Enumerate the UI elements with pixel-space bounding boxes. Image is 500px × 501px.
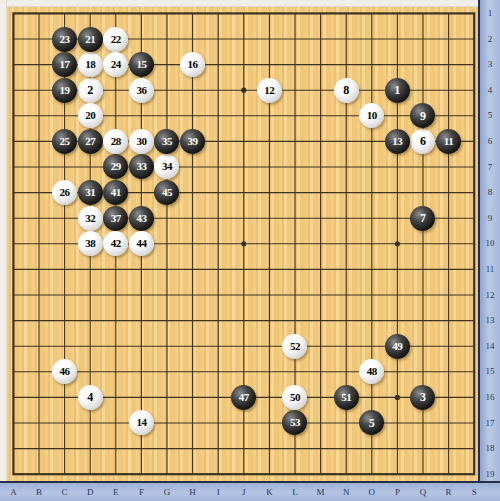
stone-white-52: 52	[282, 334, 307, 359]
stone-black-45: 45	[154, 180, 179, 205]
move-number: 36	[136, 85, 146, 96]
board-point-G6: 35	[154, 129, 180, 155]
move-number: 47	[239, 392, 249, 403]
board-point-C3: 17	[52, 52, 78, 78]
row-label-16: 16	[480, 392, 500, 403]
move-number: 37	[111, 213, 121, 224]
stone-white-22: 22	[103, 27, 128, 52]
stone-black-5: 5	[359, 410, 384, 435]
move-number: 17	[60, 59, 70, 70]
row-label-8: 8	[480, 187, 500, 198]
stone-white-36: 36	[129, 78, 154, 103]
column-label-F: F	[133, 487, 149, 498]
move-number: 42	[111, 238, 121, 249]
move-number: 50	[290, 392, 300, 403]
stone-white-48: 48	[359, 359, 384, 384]
stone-white-42: 42	[103, 231, 128, 256]
move-number: 27	[85, 136, 95, 147]
move-number: 12	[264, 85, 274, 96]
move-number: 11	[444, 136, 453, 147]
row-coordinate-strip: 12345678910111213141516171819	[478, 0, 500, 501]
stone-black-27: 27	[78, 129, 103, 154]
board-point-R6: 11	[436, 129, 462, 155]
stone-white-28: 28	[103, 129, 128, 154]
stone-white-50: 50	[282, 385, 307, 410]
move-number: 49	[392, 341, 402, 352]
stone-black-49: 49	[385, 334, 410, 359]
row-label-13: 13	[480, 315, 500, 326]
stone-black-43: 43	[129, 206, 154, 231]
row-label-6: 6	[480, 136, 500, 147]
board-point-D4: 2	[77, 77, 103, 103]
row-label-7: 7	[480, 162, 500, 173]
column-label-Q: Q	[415, 487, 431, 498]
board-point-F3: 15	[129, 52, 155, 78]
move-number: 43	[136, 213, 146, 224]
row-label-11: 11	[480, 264, 500, 275]
stone-black-33: 33	[129, 154, 154, 179]
board-point-E2: 22	[103, 26, 129, 52]
column-label-G: G	[159, 487, 175, 498]
stone-black-37: 37	[103, 206, 128, 231]
row-label-5: 5	[480, 110, 500, 121]
board-point-Q9: 7	[410, 205, 436, 231]
stone-black-47: 47	[231, 385, 256, 410]
stone-black-19: 19	[52, 78, 77, 103]
board-margin-left	[0, 0, 7, 481]
board-point-E8: 41	[103, 180, 129, 206]
stone-black-17: 17	[52, 52, 77, 77]
board-point-F9: 43	[129, 205, 155, 231]
stone-white-14: 14	[129, 410, 154, 435]
board-point-G7: 34	[154, 154, 180, 180]
move-number: 2	[87, 84, 93, 96]
stones-grid: 1234567891011121314151617181920212223242…	[1, 1, 487, 487]
move-number: 4	[87, 391, 93, 403]
stone-white-10: 10	[359, 103, 384, 128]
move-number: 53	[290, 417, 300, 428]
move-number: 14	[136, 417, 146, 428]
row-label-9: 9	[480, 213, 500, 224]
stone-black-39: 39	[180, 129, 205, 154]
move-number: 48	[367, 366, 377, 377]
stone-black-41: 41	[103, 180, 128, 205]
board-point-Q5: 9	[410, 103, 436, 129]
move-number: 18	[85, 59, 95, 70]
move-number: 15	[136, 59, 146, 70]
move-number: 32	[85, 213, 95, 224]
board-point-F6: 30	[129, 129, 155, 155]
row-label-2: 2	[480, 34, 500, 45]
move-number: 9	[420, 110, 426, 122]
column-label-K: K	[261, 487, 277, 498]
move-number: 33	[136, 161, 146, 172]
column-label-N: N	[338, 487, 354, 498]
board-point-P14: 49	[385, 333, 411, 359]
board-point-D3: 18	[77, 52, 103, 78]
column-label-J: J	[236, 487, 252, 498]
board-point-H6: 39	[180, 129, 206, 155]
stone-black-25: 25	[52, 129, 77, 154]
board-point-O17: 5	[359, 410, 385, 436]
board-point-F17: 14	[129, 410, 155, 436]
board-point-D10: 38	[77, 231, 103, 257]
board-point-C2: 23	[52, 26, 78, 52]
column-label-S: S	[466, 487, 482, 498]
move-number: 35	[162, 136, 172, 147]
move-number: 6	[420, 135, 426, 147]
stone-black-53: 53	[282, 410, 307, 435]
board-point-C8: 26	[52, 180, 78, 206]
move-number: 16	[188, 59, 198, 70]
board-point-E3: 24	[103, 52, 129, 78]
board-point-D6: 27	[77, 129, 103, 155]
move-number: 26	[60, 187, 70, 198]
board-point-F4: 36	[129, 77, 155, 103]
stone-white-46: 46	[52, 359, 77, 384]
stone-black-21: 21	[78, 27, 103, 52]
move-number: 39	[188, 136, 198, 147]
stone-white-24: 24	[103, 52, 128, 77]
row-label-4: 4	[480, 85, 500, 96]
board-point-Q6: 6	[410, 129, 436, 155]
stone-black-11: 11	[436, 129, 461, 154]
board-point-E10: 42	[103, 231, 129, 257]
move-number: 25	[60, 136, 70, 147]
row-label-19: 19	[480, 469, 500, 480]
board-point-F7: 33	[129, 154, 155, 180]
column-label-H: H	[185, 487, 201, 498]
board-point-L16: 50	[282, 385, 308, 411]
board-point-J16: 47	[231, 385, 257, 411]
row-label-15: 15	[480, 366, 500, 377]
stone-white-4: 4	[78, 385, 103, 410]
row-label-17: 17	[480, 418, 500, 429]
stone-black-51: 51	[334, 385, 359, 410]
board-point-N16: 51	[333, 385, 359, 411]
board-point-Q16: 3	[410, 385, 436, 411]
column-label-C: C	[57, 487, 73, 498]
board-point-P6: 13	[385, 129, 411, 155]
stone-black-23: 23	[52, 27, 77, 52]
stone-black-1: 1	[385, 78, 410, 103]
board-point-O5: 10	[359, 103, 385, 129]
row-label-1: 1	[480, 8, 500, 19]
move-number: 38	[85, 238, 95, 249]
move-number: 45	[162, 187, 172, 198]
stone-white-30: 30	[129, 129, 154, 154]
move-number: 21	[85, 34, 95, 45]
stone-white-32: 32	[78, 206, 103, 231]
column-label-M: M	[313, 487, 329, 498]
column-label-R: R	[441, 487, 457, 498]
board-point-K4: 12	[257, 77, 283, 103]
go-diagram-page: 1234567891011121314151617181920212223242…	[0, 0, 500, 501]
stone-white-18: 18	[78, 52, 103, 77]
stone-black-31: 31	[78, 180, 103, 205]
move-number: 7	[420, 212, 426, 224]
move-number: 3	[420, 391, 426, 403]
move-number: 31	[85, 187, 95, 198]
board-point-D8: 31	[77, 180, 103, 206]
board-point-D5: 20	[77, 103, 103, 129]
column-label-O: O	[364, 487, 380, 498]
board-point-C4: 19	[52, 77, 78, 103]
stone-black-9: 9	[410, 103, 435, 128]
go-board[interactable]: 1234567891011121314151617181920212223242…	[6, 6, 478, 481]
column-label-L: L	[287, 487, 303, 498]
move-number: 52	[290, 341, 300, 352]
column-label-B: B	[31, 487, 47, 498]
board-point-H3: 16	[180, 52, 206, 78]
board-margin-top	[0, 0, 478, 7]
move-number: 30	[136, 136, 146, 147]
stone-white-26: 26	[52, 180, 77, 205]
move-number: 10	[367, 110, 377, 121]
move-number: 19	[60, 85, 70, 96]
board-point-D2: 21	[77, 26, 103, 52]
board-point-L14: 52	[282, 333, 308, 359]
move-number: 41	[111, 187, 121, 198]
column-label-P: P	[389, 487, 405, 498]
board-point-C15: 46	[52, 359, 78, 385]
move-number: 28	[111, 136, 121, 147]
stone-white-44: 44	[129, 231, 154, 256]
move-number: 46	[60, 366, 70, 377]
row-label-12: 12	[480, 290, 500, 301]
column-coordinate-strip: ABCDEFGHIJKLMNOPQRS	[0, 481, 500, 501]
move-number: 13	[392, 136, 402, 147]
board-point-D9: 32	[77, 205, 103, 231]
stone-white-2: 2	[78, 78, 103, 103]
stone-white-16: 16	[180, 52, 205, 77]
move-number: 29	[111, 161, 121, 172]
stone-white-20: 20	[78, 103, 103, 128]
move-number: 51	[341, 392, 351, 403]
board-point-C6: 25	[52, 129, 78, 155]
move-number: 34	[162, 161, 172, 172]
row-label-3: 3	[480, 59, 500, 70]
row-label-18: 18	[480, 443, 500, 454]
move-number: 23	[60, 34, 70, 45]
stone-black-7: 7	[410, 206, 435, 231]
stone-white-6: 6	[410, 129, 435, 154]
row-label-14: 14	[480, 341, 500, 352]
column-label-E: E	[108, 487, 124, 498]
column-label-A: A	[5, 487, 21, 498]
column-label-I: I	[210, 487, 226, 498]
stone-black-15: 15	[129, 52, 154, 77]
move-number: 20	[85, 110, 95, 121]
board-point-P4: 1	[385, 77, 411, 103]
board-point-O15: 48	[359, 359, 385, 385]
board-point-L17: 53	[282, 410, 308, 436]
move-number: 44	[136, 238, 146, 249]
stone-white-12: 12	[257, 78, 282, 103]
stone-black-35: 35	[154, 129, 179, 154]
board-point-E6: 28	[103, 129, 129, 155]
move-number: 22	[111, 34, 121, 45]
row-label-10: 10	[480, 238, 500, 249]
board-point-E7: 29	[103, 154, 129, 180]
move-number: 5	[369, 417, 375, 429]
move-number: 24	[111, 59, 121, 70]
stone-white-34: 34	[154, 154, 179, 179]
move-number: 1	[394, 84, 400, 96]
stone-white-8: 8	[334, 78, 359, 103]
stone-black-29: 29	[103, 154, 128, 179]
board-point-F10: 44	[129, 231, 155, 257]
stone-white-38: 38	[78, 231, 103, 256]
board-point-E9: 37	[103, 205, 129, 231]
board-point-G8: 45	[154, 180, 180, 206]
column-label-D: D	[82, 487, 98, 498]
move-number: 8	[343, 84, 349, 96]
stone-black-3: 3	[410, 385, 435, 410]
board-point-D16: 4	[77, 385, 103, 411]
stone-black-13: 13	[385, 129, 410, 154]
board-point-N4: 8	[333, 77, 359, 103]
